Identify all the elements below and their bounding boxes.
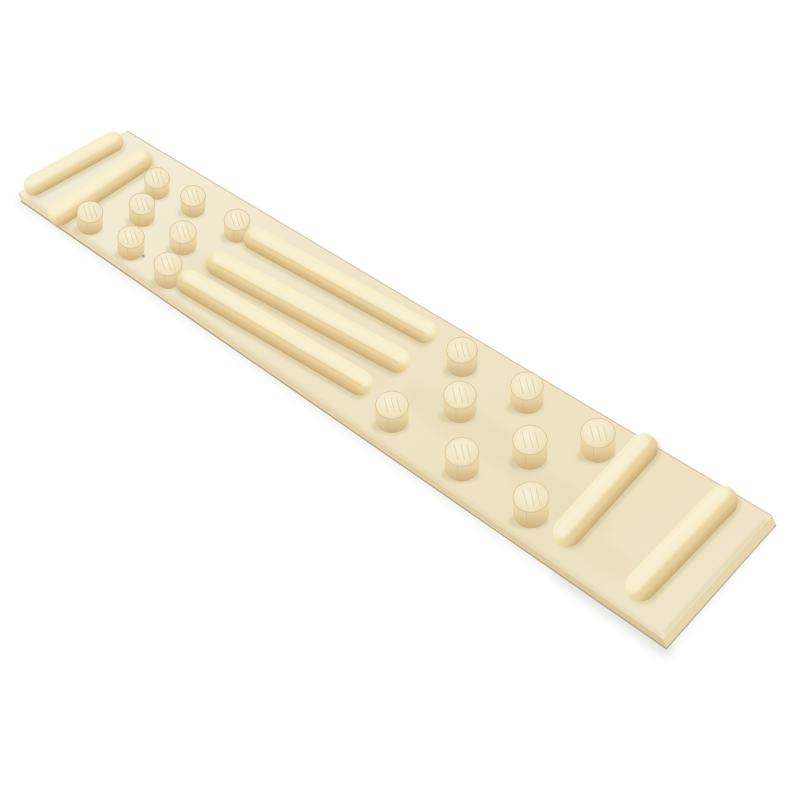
sensory-board — [18, 128, 776, 650]
product-photo-canvas — [0, 0, 800, 800]
sensory-board-photo — [0, 0, 800, 800]
